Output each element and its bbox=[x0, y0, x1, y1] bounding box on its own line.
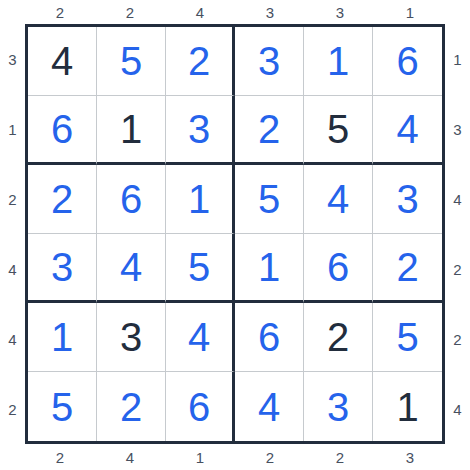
cell-r5c3[interactable]: 4 bbox=[166, 303, 235, 372]
cell-r6c4[interactable]: 4 bbox=[235, 372, 304, 441]
corner-bottom-left bbox=[0, 444, 25, 470]
cell-r4c4[interactable]: 1 bbox=[235, 234, 304, 303]
cell-r3c3[interactable]: 1 bbox=[166, 165, 235, 234]
cell-r1c5[interactable]: 1 bbox=[304, 27, 373, 96]
cell-r4c1[interactable]: 3 bbox=[28, 234, 97, 303]
cell-r6c1[interactable]: 5 bbox=[28, 372, 97, 441]
clue-right-r4: 2 bbox=[445, 234, 470, 304]
clue-left-r3: 2 bbox=[0, 164, 25, 234]
clue-top-c2: 2 bbox=[95, 0, 165, 24]
cell-r2c6[interactable]: 4 bbox=[373, 96, 442, 165]
cell-r2c4[interactable]: 2 bbox=[235, 96, 304, 165]
cell-r3c1[interactable]: 2 bbox=[28, 165, 97, 234]
clue-bottom-c6: 3 bbox=[375, 444, 445, 470]
clue-right-r3: 4 bbox=[445, 164, 470, 234]
cell-r3c5[interactable]: 4 bbox=[304, 165, 373, 234]
clue-right-r6: 4 bbox=[445, 374, 470, 444]
clue-right-r1: 1 bbox=[445, 24, 470, 94]
clue-top-c6: 1 bbox=[375, 0, 445, 24]
cell-r1c4[interactable]: 3 bbox=[235, 27, 304, 96]
cell-r2c1[interactable]: 6 bbox=[28, 96, 97, 165]
clue-left-r1: 3 bbox=[0, 24, 25, 94]
cell-r5c5[interactable]: 2 bbox=[304, 303, 373, 372]
clue-top-c1: 2 bbox=[25, 0, 95, 24]
clue-bottom-c3: 1 bbox=[165, 444, 235, 470]
clue-left-r5: 4 bbox=[0, 304, 25, 374]
clue-bottom-c2: 4 bbox=[95, 444, 165, 470]
left-clues: 3 1 2 4 4 2 bbox=[0, 24, 25, 444]
clue-left-r2: 1 bbox=[0, 94, 25, 164]
cell-r4c3[interactable]: 5 bbox=[166, 234, 235, 303]
corner-top-left bbox=[0, 0, 25, 24]
clue-left-r4: 4 bbox=[0, 234, 25, 304]
cell-r4c6[interactable]: 2 bbox=[373, 234, 442, 303]
cell-r1c2[interactable]: 5 bbox=[97, 27, 166, 96]
board-frame: 2 2 4 3 3 1 3 1 2 4 4 2 4 5 2 3 1 6 6 1 … bbox=[0, 0, 470, 470]
clue-bottom-c1: 2 bbox=[25, 444, 95, 470]
clue-bottom-c4: 2 bbox=[235, 444, 305, 470]
cell-r3c6[interactable]: 3 bbox=[373, 165, 442, 234]
cell-r2c5[interactable]: 5 bbox=[304, 96, 373, 165]
cell-r6c2[interactable]: 2 bbox=[97, 372, 166, 441]
clue-top-c3: 4 bbox=[165, 0, 235, 24]
corner-top-right bbox=[445, 0, 470, 24]
cell-r6c3[interactable]: 6 bbox=[166, 372, 235, 441]
cell-r1c3[interactable]: 2 bbox=[166, 27, 235, 96]
cell-r1c1[interactable]: 4 bbox=[28, 27, 97, 96]
skyscrapers-sudoku-page: 2 2 4 3 3 1 3 1 2 4 4 2 4 5 2 3 1 6 6 1 … bbox=[0, 0, 470, 470]
cell-r2c2[interactable]: 1 bbox=[97, 96, 166, 165]
sudoku-board: 4 5 2 3 1 6 6 1 3 2 5 4 2 6 1 5 4 3 3 4 … bbox=[25, 24, 445, 444]
cell-r3c4[interactable]: 5 bbox=[235, 165, 304, 234]
cell-r6c6[interactable]: 1 bbox=[373, 372, 442, 441]
corner-bottom-right bbox=[445, 444, 470, 470]
cell-r4c5[interactable]: 6 bbox=[304, 234, 373, 303]
cell-r6c5[interactable]: 3 bbox=[304, 372, 373, 441]
clue-left-r6: 2 bbox=[0, 374, 25, 444]
bottom-clues: 2 4 1 2 2 3 bbox=[25, 444, 445, 470]
cell-r1c6[interactable]: 6 bbox=[373, 27, 442, 96]
clue-right-r2: 3 bbox=[445, 94, 470, 164]
cell-r5c6[interactable]: 5 bbox=[373, 303, 442, 372]
cell-r5c2[interactable]: 3 bbox=[97, 303, 166, 372]
clue-top-c5: 3 bbox=[305, 0, 375, 24]
right-clues: 1 3 4 2 2 4 bbox=[445, 24, 470, 444]
clue-right-r5: 2 bbox=[445, 304, 470, 374]
cell-r2c3[interactable]: 3 bbox=[166, 96, 235, 165]
cell-r3c2[interactable]: 6 bbox=[97, 165, 166, 234]
clue-bottom-c5: 2 bbox=[305, 444, 375, 470]
cell-r4c2[interactable]: 4 bbox=[97, 234, 166, 303]
cell-r5c1[interactable]: 1 bbox=[28, 303, 97, 372]
cell-r5c4[interactable]: 6 bbox=[235, 303, 304, 372]
clue-top-c4: 3 bbox=[235, 0, 305, 24]
top-clues: 2 2 4 3 3 1 bbox=[25, 0, 445, 24]
